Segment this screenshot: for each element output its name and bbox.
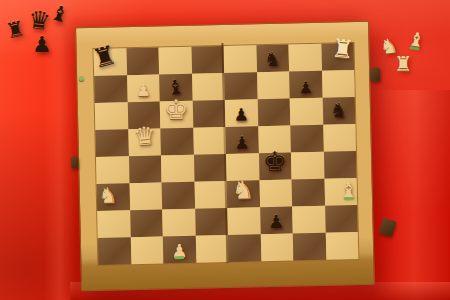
captured-black-rook: ♜ bbox=[4, 18, 27, 42]
black-king: ♚ bbox=[262, 148, 287, 176]
square-a2[interactable] bbox=[97, 210, 130, 238]
square-b7[interactable]: ♟ bbox=[127, 74, 160, 102]
black-knight: ♞ bbox=[264, 50, 281, 69]
square-d3[interactable] bbox=[194, 181, 227, 209]
brass-hinge-icon bbox=[71, 156, 78, 168]
black-pawn: ♟ bbox=[234, 134, 250, 151]
green-bead bbox=[79, 76, 84, 81]
square-f2[interactable]: ♟ bbox=[260, 206, 293, 234]
square-h1[interactable] bbox=[325, 232, 358, 260]
square-a1[interactable] bbox=[98, 237, 131, 265]
square-f7[interactable] bbox=[257, 72, 290, 100]
square-a6[interactable] bbox=[95, 102, 128, 130]
square-a7[interactable] bbox=[94, 75, 127, 103]
square-h8[interactable]: ♜ bbox=[321, 43, 354, 71]
square-f3[interactable] bbox=[259, 179, 292, 207]
square-g2[interactable] bbox=[292, 206, 325, 234]
square-a3[interactable]: ♞ bbox=[97, 183, 130, 211]
white-bishop: ♝ bbox=[339, 180, 358, 201]
board-grid: ♜♞♜♟♝♟♚♟♞♛♟♚♞♞♝♟♟ bbox=[93, 42, 360, 266]
square-d4[interactable] bbox=[193, 154, 226, 182]
square-d8[interactable] bbox=[191, 46, 224, 74]
black-rook: ♜ bbox=[89, 41, 118, 72]
white-rook: ♜ bbox=[330, 35, 355, 62]
square-d7[interactable] bbox=[192, 73, 225, 101]
square-h2[interactable] bbox=[325, 205, 358, 233]
square-a5[interactable] bbox=[95, 129, 128, 157]
square-c6[interactable]: ♚ bbox=[160, 101, 193, 129]
square-c2[interactable] bbox=[162, 209, 195, 237]
square-f6[interactable] bbox=[257, 99, 290, 127]
square-d5[interactable] bbox=[193, 127, 226, 155]
black-pawn: ♟ bbox=[234, 106, 250, 123]
square-b1[interactable] bbox=[130, 236, 163, 264]
square-b8[interactable] bbox=[126, 47, 159, 75]
square-g3[interactable] bbox=[292, 179, 325, 207]
square-e8[interactable] bbox=[224, 45, 257, 73]
square-b5[interactable]: ♛ bbox=[128, 128, 161, 156]
white-pawn: ♟ bbox=[136, 83, 151, 99]
square-h5[interactable] bbox=[323, 124, 356, 152]
white-pawn: ♟ bbox=[171, 242, 188, 260]
square-f8[interactable]: ♞ bbox=[256, 45, 289, 73]
captured-white-rook: ♜ bbox=[394, 54, 413, 75]
photo-scene: ♛♜♝♟ ♜♞♜♟♝♟♚♟♞♛♟♚♞♞♝♟♟ ♞♝♜ bbox=[0, 0, 450, 300]
square-e5[interactable]: ♟ bbox=[225, 126, 258, 154]
captured-white-pieces-pile: ♞♝♜ bbox=[376, 26, 446, 102]
square-a4[interactable] bbox=[96, 156, 129, 184]
square-h3[interactable]: ♝ bbox=[324, 178, 357, 206]
square-f1[interactable] bbox=[260, 233, 293, 261]
square-c8[interactable] bbox=[159, 47, 192, 75]
square-e2[interactable] bbox=[227, 207, 260, 235]
square-d1[interactable] bbox=[195, 235, 228, 263]
square-a8[interactable]: ♜ bbox=[94, 48, 127, 76]
square-h7[interactable] bbox=[322, 70, 355, 98]
captured-white-bishop: ♝ bbox=[406, 29, 426, 51]
square-c5[interactable] bbox=[160, 128, 193, 156]
captured-black-bishop: ♝ bbox=[48, 2, 71, 27]
black-pawn: ♟ bbox=[268, 213, 285, 231]
white-knight: ♞ bbox=[232, 177, 255, 203]
white-king: ♚ bbox=[164, 96, 189, 124]
square-f4[interactable]: ♚ bbox=[258, 153, 291, 181]
square-d6[interactable] bbox=[192, 100, 225, 128]
square-d2[interactable] bbox=[195, 208, 228, 236]
cloth-fold-shadow bbox=[372, 90, 450, 300]
brass-clasp-icon bbox=[379, 218, 397, 237]
square-h6[interactable]: ♞ bbox=[322, 97, 355, 125]
square-g7[interactable]: ♟ bbox=[289, 71, 322, 99]
square-g4[interactable] bbox=[291, 152, 324, 180]
square-c4[interactable] bbox=[161, 155, 194, 183]
square-g8[interactable] bbox=[288, 44, 321, 72]
square-g1[interactable] bbox=[293, 233, 326, 261]
square-h4[interactable] bbox=[323, 151, 356, 179]
chess-board: ♜♞♜♟♝♟♚♟♞♛♟♚♞♞♝♟♟ bbox=[75, 21, 375, 292]
square-e1[interactable] bbox=[228, 234, 261, 262]
white-queen: ♛ bbox=[132, 123, 157, 150]
square-e7[interactable] bbox=[224, 72, 257, 100]
square-b2[interactable] bbox=[130, 209, 163, 237]
square-c3[interactable] bbox=[162, 182, 195, 210]
square-c1[interactable]: ♟ bbox=[163, 236, 196, 264]
square-b4[interactable] bbox=[128, 155, 161, 183]
square-e6[interactable]: ♟ bbox=[225, 99, 258, 127]
square-g6[interactable] bbox=[290, 98, 323, 126]
square-g5[interactable] bbox=[290, 125, 323, 153]
square-b3[interactable] bbox=[129, 182, 162, 210]
square-e3[interactable]: ♞ bbox=[227, 180, 260, 208]
captured-black-pawn: ♟ bbox=[32, 34, 52, 56]
black-knight: ♞ bbox=[329, 100, 348, 121]
white-knight: ♞ bbox=[98, 185, 117, 206]
black-pawn: ♟ bbox=[298, 80, 313, 96]
